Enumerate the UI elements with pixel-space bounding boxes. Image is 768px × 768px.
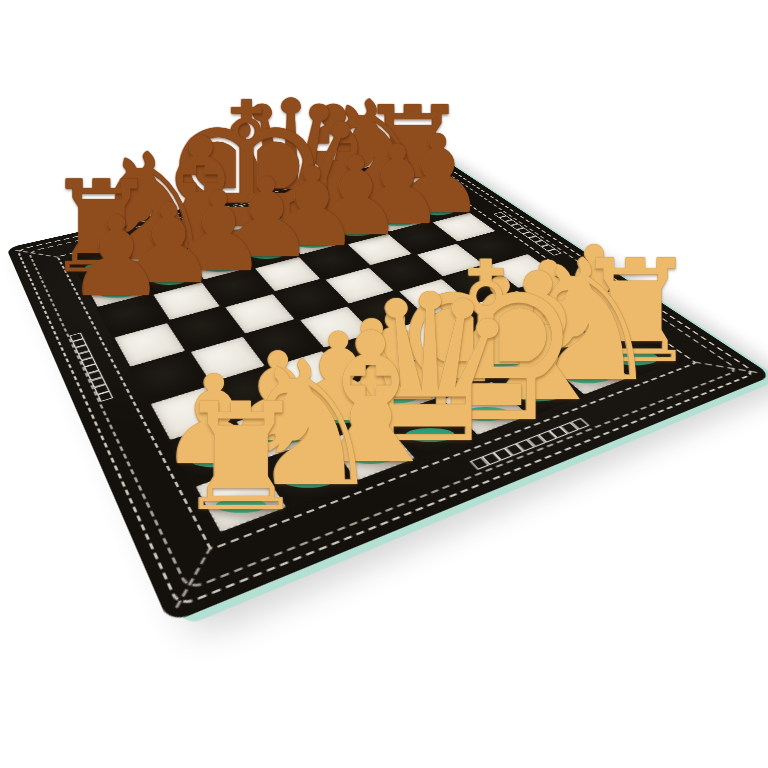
piece-light-rook-a1[interactable]: ♜ bbox=[175, 384, 308, 532]
product-photo-stage: □□□□□□□□□□ □□□□□□□□□□ □□□□□□□□□□ □□□□□□□… bbox=[0, 0, 768, 768]
pieces-layer: ♜♞♝♚♛♝♞♜♟♟♟♟♟♟♟♟♟♟♟♟♟♟♟♟♜♞♝♛♚♝♞♜ bbox=[0, 0, 768, 768]
piece-dark-pawn-a7[interactable]: ♟ bbox=[67, 202, 166, 313]
